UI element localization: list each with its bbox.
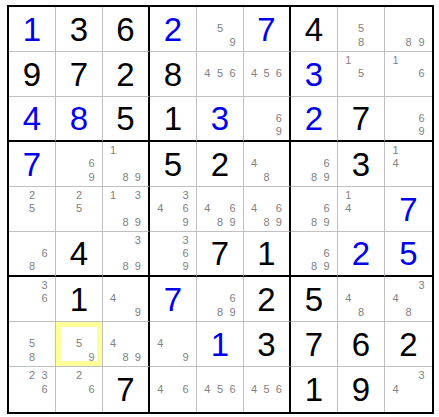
candidate-digit (214, 279, 227, 292)
candidate-digit: 9 (320, 260, 333, 273)
candidate-digit (214, 81, 227, 94)
candidate-digit: 8 (26, 351, 39, 364)
cell-r8c5[interactable]: 1 (197, 322, 244, 367)
candidate-digit: 8 (402, 36, 415, 49)
candidate-digit (260, 157, 272, 170)
candidate-digit: 9 (273, 125, 285, 138)
cell-r1c3[interactable]: 6 (103, 7, 150, 52)
candidate-digit (367, 292, 380, 305)
candidate-digit (320, 189, 333, 202)
cell-r2c9[interactable]: 16 (385, 52, 432, 97)
candidate-digit (342, 36, 355, 49)
cell-r7c1[interactable]: 36 (9, 277, 56, 322)
candidate-digit (402, 54, 415, 67)
solved-digit: 7 (399, 193, 417, 226)
candidate-digit: 3 (179, 234, 192, 247)
candidate-digit: 4 (248, 383, 260, 397)
cell-r9c9[interactable]: 34 (385, 367, 432, 412)
candidate-digit (415, 306, 428, 319)
cell-r6c3[interactable]: 389 (103, 232, 150, 277)
candidate-digit: 9 (132, 306, 144, 319)
candidate-digit (179, 324, 192, 337)
candidate-digit (85, 216, 98, 229)
cell-r6c7[interactable]: 689 (291, 232, 338, 277)
selected-cell-r8c2[interactable]: 59 (56, 322, 103, 367)
candidate-digit: 6 (38, 247, 51, 260)
candidate-digit (367, 279, 380, 292)
candidate-digit (308, 234, 321, 247)
candidate-digit (415, 81, 428, 94)
cell-r5c3[interactable]: 1389 (103, 187, 150, 232)
candidate-digit (85, 369, 98, 383)
candidate-digit (107, 234, 119, 247)
candidate-digit: 5 (355, 67, 368, 80)
candidate-digit (415, 22, 428, 35)
candidate-digit (119, 306, 131, 319)
candidate-digit (355, 216, 368, 229)
cell-r7c4[interactable]: 7 (150, 277, 197, 322)
candidate-digit (154, 234, 167, 247)
candidate-digit: 3 (132, 234, 144, 247)
cell-r4c1[interactable]: 7 (9, 142, 56, 187)
candidate-digit: 3 (179, 189, 192, 202)
candidate-digit (107, 247, 119, 260)
cell-r9c4[interactable]: 46 (150, 367, 197, 412)
candidate-digit (107, 216, 119, 229)
candidate-digit (201, 9, 214, 22)
cell-r4c5[interactable]: 2 (197, 142, 244, 187)
candidate-digit: 8 (214, 306, 227, 319)
candidate-digit (119, 144, 131, 157)
candidate-digit (226, 9, 239, 22)
cell-r6c9[interactable]: 5 (385, 232, 432, 277)
candidate-grid: 69 (56, 142, 102, 186)
candidate-digit (260, 81, 272, 94)
cell-r2c6[interactable]: 456 (244, 52, 291, 97)
candidate-grid: 4689 (197, 187, 243, 231)
cell-r5c8[interactable]: 14 (338, 187, 385, 232)
cell-r2c3[interactable]: 2 (103, 52, 150, 97)
cell-r9c5[interactable]: 456 (197, 367, 244, 412)
cell-r2c1[interactable]: 9 (9, 52, 56, 97)
candidate-digit (167, 247, 180, 260)
candidate-digit (402, 9, 415, 22)
cell-r2c2[interactable]: 7 (56, 52, 103, 97)
given-digit: 7 (70, 58, 88, 91)
candidate-digit: 9 (226, 216, 239, 229)
candidate-digit (119, 157, 131, 170)
candidate-digit (248, 144, 260, 157)
candidate-digit (26, 216, 39, 229)
candidate-digit: 8 (402, 306, 415, 319)
cell-r8c8[interactable]: 6 (338, 322, 385, 367)
candidate-digit (226, 22, 239, 35)
candidate-digit (389, 112, 402, 125)
candidate-digit: 6 (273, 67, 285, 80)
candidate-digit (355, 189, 368, 202)
candidate-digit: 6 (226, 202, 239, 215)
candidate-digit (415, 9, 428, 22)
candidate-grid: 25 (56, 187, 102, 231)
given-digit: 2 (399, 328, 417, 361)
candidate-digit (119, 279, 131, 292)
cell-r4c7[interactable]: 689 (291, 142, 338, 187)
candidate-grid: 26 (56, 367, 102, 412)
candidate-grid: 89 (385, 7, 432, 51)
candidate-digit: 8 (260, 216, 272, 229)
cell-r3c5[interactable]: 3 (197, 97, 244, 142)
candidate-digit: 6 (273, 202, 285, 215)
candidate-digit (415, 396, 428, 410)
candidate-digit: 6 (415, 67, 428, 80)
candidate-digit (154, 396, 167, 410)
candidate-digit: 2 (73, 369, 86, 383)
cell-r4c8[interactable]: 3 (338, 142, 385, 187)
given-digit: 5 (164, 148, 182, 181)
candidate-digit (260, 396, 272, 410)
candidate-digit (367, 189, 380, 202)
solved-digit: 3 (305, 58, 323, 91)
cell-r8c4[interactable]: 49 (150, 322, 197, 367)
candidate-digit (154, 369, 167, 383)
candidate-digit (60, 337, 73, 350)
candidate-digit (402, 383, 415, 397)
candidate-digit (26, 279, 39, 292)
candidate-digit (248, 396, 260, 410)
candidate-digit (273, 171, 285, 184)
cell-r6c4[interactable]: 369 (150, 232, 197, 277)
cell-r7c5[interactable]: 689 (197, 277, 244, 322)
candidate-digit (389, 67, 402, 80)
candidate-digit (119, 234, 131, 247)
candidate-digit: 3 (38, 279, 51, 292)
candidate-digit (13, 306, 26, 319)
candidate-grid: 49 (150, 322, 196, 366)
candidate-digit: 5 (73, 337, 86, 350)
candidate-digit (415, 292, 428, 305)
candidate-digit (26, 383, 39, 397)
candidate-digit (107, 351, 119, 364)
candidate-digit (273, 54, 285, 67)
candidate-digit (119, 202, 131, 215)
candidate-digit: 6 (320, 157, 333, 170)
candidate-grid: 16 (385, 52, 432, 96)
candidate-grid: 4689 (244, 187, 289, 231)
candidate-digit: 4 (154, 202, 167, 215)
cell-r7c2[interactable]: 1 (56, 277, 103, 322)
cell-r3c6[interactable]: 69 (244, 97, 291, 142)
candidate-digit (107, 279, 119, 292)
candidate-digit (295, 189, 308, 202)
cell-r1c1[interactable]: 1 (9, 7, 56, 52)
candidate-digit (201, 189, 214, 202)
cell-r6c6[interactable]: 1 (244, 232, 291, 277)
given-digit: 2 (257, 283, 275, 316)
candidate-digit (85, 202, 98, 215)
candidate-digit (248, 171, 260, 184)
cell-r6c2[interactable]: 4 (56, 232, 103, 277)
cell-r1c2[interactable]: 3 (56, 7, 103, 52)
cell-r5c1[interactable]: 25 (9, 187, 56, 232)
candidate-digit (402, 171, 415, 184)
cell-r9c3[interactable]: 7 (103, 367, 150, 412)
candidate-digit (273, 396, 285, 410)
candidate-digit (273, 144, 285, 157)
candidate-grid: 68 (9, 232, 55, 275)
candidate-digit (295, 157, 308, 170)
candidate-digit: 8 (260, 171, 272, 184)
candidate-digit (60, 202, 73, 215)
candidate-digit (13, 189, 26, 202)
candidate-digit: 5 (214, 383, 227, 397)
candidate-digit (179, 396, 192, 410)
cell-r3c7[interactable]: 2 (291, 97, 338, 142)
candidate-digit (60, 351, 73, 364)
cell-r4c3[interactable]: 189 (103, 142, 150, 187)
cell-r4c4[interactable]: 5 (150, 142, 197, 187)
candidate-digit: 9 (132, 216, 144, 229)
candidate-grid: 59 (56, 322, 102, 366)
cell-r2c7[interactable]: 3 (291, 52, 338, 97)
candidate-digit (73, 383, 86, 397)
candidate-digit: 4 (201, 202, 214, 215)
candidate-digit (260, 189, 272, 202)
candidate-digit (402, 369, 415, 383)
cell-r3c2[interactable]: 8 (56, 97, 103, 142)
candidate-digit (38, 260, 51, 273)
candidate-digit (132, 144, 144, 157)
candidate-digit: 8 (214, 216, 227, 229)
candidate-digit (342, 67, 355, 80)
candidate-digit (38, 234, 51, 247)
candidate-digit (342, 81, 355, 94)
candidate-grid: 46 (150, 367, 196, 412)
cell-r1c8[interactable]: 58 (338, 7, 385, 52)
given-digit: 2 (116, 58, 134, 91)
candidate-digit (107, 306, 119, 319)
candidate-digit (308, 202, 321, 215)
candidate-digit (248, 216, 260, 229)
candidate-digit (107, 324, 119, 337)
candidate-digit (248, 112, 260, 125)
candidate-digit: 5 (214, 67, 227, 80)
candidate-digit (167, 202, 180, 215)
candidate-digit: 6 (85, 157, 98, 170)
cell-r7c3[interactable]: 49 (103, 277, 150, 322)
cell-r9c7[interactable]: 1 (291, 367, 338, 412)
cell-r4c9[interactable]: 14 (385, 142, 432, 187)
candidate-digit: 1 (107, 189, 119, 202)
cell-r3c8[interactable]: 7 (338, 97, 385, 142)
solved-digit: 4 (23, 102, 41, 135)
cell-r9c1[interactable]: 236 (9, 367, 56, 412)
candidate-digit (355, 81, 368, 94)
candidate-digit: 4 (342, 202, 355, 215)
candidate-digit (389, 171, 402, 184)
candidate-digit (367, 202, 380, 215)
candidate-digit: 5 (26, 337, 39, 350)
cell-r5c6[interactable]: 4689 (244, 187, 291, 232)
candidate-digit (154, 260, 167, 273)
candidate-digit (73, 144, 86, 157)
candidate-digit (260, 369, 272, 383)
candidate-digit: 6 (273, 112, 285, 125)
candidate-digit (107, 157, 119, 170)
candidate-digit (260, 202, 272, 215)
candidate-digit (389, 22, 402, 35)
candidate-digit: 9 (320, 216, 333, 229)
candidate-digit (179, 337, 192, 350)
cell-r7c8[interactable]: 48 (338, 277, 385, 322)
candidate-digit (273, 369, 285, 383)
cell-r7c6[interactable]: 2 (244, 277, 291, 322)
cell-r3c9[interactable]: 69 (385, 97, 432, 142)
candidate-digit (132, 202, 144, 215)
candidate-digit (295, 247, 308, 260)
candidate-grid: 236 (9, 367, 55, 412)
candidate-digit (389, 125, 402, 138)
given-digit: 5 (305, 283, 323, 316)
cell-r5c4[interactable]: 3469 (150, 187, 197, 232)
cell-r9c2[interactable]: 26 (56, 367, 103, 412)
candidate-grid: 58 (9, 322, 55, 366)
candidate-digit (214, 396, 227, 410)
cell-r3c3[interactable]: 5 (103, 97, 150, 142)
cell-r5c9[interactable]: 7 (385, 187, 432, 232)
candidate-digit (201, 292, 214, 305)
candidate-digit: 9 (85, 351, 98, 364)
candidate-digit (248, 81, 260, 94)
candidate-grid: 456 (197, 52, 243, 96)
candidate-digit (132, 292, 144, 305)
cell-r1c6[interactable]: 7 (244, 7, 291, 52)
given-digit: 9 (23, 58, 41, 91)
cell-r2c8[interactable]: 15 (338, 52, 385, 97)
candidate-digit (201, 54, 214, 67)
cell-r6c8[interactable]: 2 (338, 232, 385, 277)
candidate-digit: 6 (320, 202, 333, 215)
candidate-digit (73, 216, 86, 229)
candidate-digit: 3 (38, 369, 51, 383)
candidate-digit (38, 202, 51, 215)
cell-r9c6[interactable]: 456 (244, 367, 291, 412)
candidate-grid: 14 (338, 187, 384, 231)
candidate-digit (342, 306, 355, 319)
cell-r7c9[interactable]: 348 (385, 277, 432, 322)
candidate-digit (154, 324, 167, 337)
cell-r9c8[interactable]: 9 (338, 367, 385, 412)
cell-r4c6[interactable]: 48 (244, 142, 291, 187)
candidate-digit (295, 260, 308, 273)
candidate-digit: 8 (119, 351, 131, 364)
candidate-digit (260, 54, 272, 67)
candidate-digit: 9 (132, 351, 144, 364)
cell-r8c7[interactable]: 7 (291, 322, 338, 367)
candidate-digit (355, 9, 368, 22)
cell-r1c7[interactable]: 4 (291, 7, 338, 52)
solved-digit: 1 (23, 13, 41, 46)
candidate-grid: 189 (103, 142, 148, 186)
cell-r8c3[interactable]: 489 (103, 322, 150, 367)
candidate-digit (415, 157, 428, 170)
candidate-digit (355, 279, 368, 292)
candidate-digit (154, 189, 167, 202)
cell-r8c9[interactable]: 2 (385, 322, 432, 367)
sudoku-board: 1362597458899728456456315164851369276976… (7, 5, 434, 414)
candidate-grid: 456 (244, 52, 289, 96)
candidate-digit: 9 (415, 36, 428, 49)
candidate-digit (73, 171, 86, 184)
given-digit: 4 (305, 13, 323, 46)
candidate-grid: 34 (385, 367, 432, 412)
candidate-digit (13, 351, 26, 364)
cell-r7c7[interactable]: 5 (291, 277, 338, 322)
candidate-digit (132, 157, 144, 170)
cell-r3c1[interactable]: 4 (9, 97, 56, 142)
candidate-digit (402, 81, 415, 94)
cell-r5c5[interactable]: 4689 (197, 187, 244, 232)
candidate-digit: 1 (342, 189, 355, 202)
cell-r8c1[interactable]: 58 (9, 322, 56, 367)
candidate-grid: 389 (103, 232, 148, 275)
cell-r1c5[interactable]: 59 (197, 7, 244, 52)
candidate-digit (273, 81, 285, 94)
cell-r6c1[interactable]: 68 (9, 232, 56, 277)
candidate-digit (260, 112, 272, 125)
candidate-digit (119, 247, 131, 260)
cell-r2c4[interactable]: 8 (150, 52, 197, 97)
candidate-digit (295, 171, 308, 184)
candidate-digit: 4 (201, 383, 214, 397)
cell-r4c2[interactable]: 69 (56, 142, 103, 187)
candidate-digit: 4 (154, 337, 167, 350)
cell-r6c5[interactable]: 7 (197, 232, 244, 277)
candidate-digit (389, 306, 402, 319)
candidate-digit (260, 144, 272, 157)
candidate-digit: 6 (415, 112, 428, 125)
cell-r3c4[interactable]: 1 (150, 97, 197, 142)
cell-r5c2[interactable]: 25 (56, 187, 103, 232)
candidate-digit (167, 189, 180, 202)
candidate-grid: 1389 (103, 187, 148, 231)
candidate-digit: 2 (73, 189, 86, 202)
candidate-digit (13, 396, 26, 410)
candidate-digit (60, 383, 73, 397)
candidate-digit (308, 247, 321, 260)
candidate-digit (367, 216, 380, 229)
candidate-grid: 36 (9, 277, 55, 321)
candidate-digit (273, 189, 285, 202)
cell-r5c7[interactable]: 689 (291, 187, 338, 232)
candidate-digit (73, 157, 86, 170)
candidate-digit: 4 (248, 157, 260, 170)
cell-r1c4[interactable]: 2 (150, 7, 197, 52)
candidate-digit: 9 (179, 351, 192, 364)
cell-r1c9[interactable]: 89 (385, 7, 432, 52)
cell-r8c6[interactable]: 3 (244, 322, 291, 367)
cell-r2c5[interactable]: 456 (197, 52, 244, 97)
candidate-digit (214, 369, 227, 383)
candidate-digit (415, 171, 428, 184)
candidate-digit (26, 247, 39, 260)
candidate-digit: 9 (226, 306, 239, 319)
candidate-digit (38, 337, 51, 350)
candidate-digit: 6 (179, 202, 192, 215)
candidate-digit (167, 337, 180, 350)
given-digit: 1 (164, 102, 182, 135)
candidate-digit (167, 369, 180, 383)
candidate-digit: 9 (320, 171, 333, 184)
